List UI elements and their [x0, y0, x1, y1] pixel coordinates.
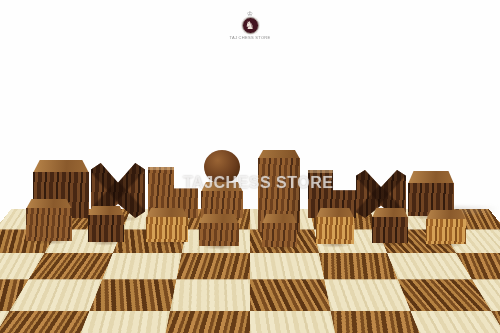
- piece-pawn-d7: [199, 214, 239, 246]
- watermark-text: TAJCHESS STORE: [183, 174, 333, 192]
- knight-badge-icon: ♞: [242, 17, 259, 34]
- piece-pawn-b7: [88, 206, 124, 242]
- front-face: [372, 217, 408, 243]
- piece-pawn-f7: [316, 208, 354, 244]
- front-face: [316, 217, 354, 244]
- piece-pawn-e7: [262, 214, 297, 247]
- pieces-layer: [0, 0, 500, 333]
- knight-glyph-icon: ♞: [245, 20, 255, 31]
- piece-pawn-c7: [146, 208, 188, 242]
- front-face: [26, 208, 72, 241]
- front-face: [146, 217, 188, 242]
- crown-icon: ♔: [228, 11, 272, 17]
- piece-pawn-h7: [426, 210, 466, 244]
- piece-pawn-g7: [372, 208, 408, 243]
- front-face: [199, 223, 239, 246]
- front-face: [262, 223, 297, 247]
- front-face: [88, 215, 124, 242]
- front-face: [426, 219, 466, 244]
- store-logo: ♔ ♞ TAJ CHESS STORE: [228, 11, 272, 40]
- piece-pawn-a7: [26, 199, 72, 241]
- product-photo[interactable]: ♔ ♞ TAJ CHESS STORE TAJCHESS STORE: [0, 0, 500, 333]
- logo-caption: TAJ CHESS STORE: [228, 35, 272, 40]
